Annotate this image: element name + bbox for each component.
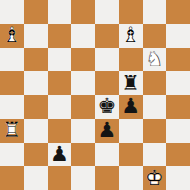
square-g3[interactable] <box>143 119 167 143</box>
square-d5[interactable] <box>71 71 95 95</box>
square-f1[interactable] <box>119 166 143 190</box>
square-c3[interactable] <box>48 119 72 143</box>
white-king-piece[interactable]: ♚♔ <box>143 166 167 190</box>
square-h8[interactable] <box>166 0 190 24</box>
black-king-piece[interactable]: ♚ <box>95 95 119 119</box>
square-c2[interactable]: ♟ <box>48 143 72 167</box>
square-g6[interactable]: ♞♘ <box>143 48 167 72</box>
square-g4[interactable] <box>143 95 167 119</box>
square-b2[interactable] <box>24 143 48 167</box>
white-knight-icon-outline: ♘ <box>143 48 167 72</box>
square-e7[interactable] <box>95 24 119 48</box>
square-h3[interactable] <box>166 119 190 143</box>
square-b4[interactable] <box>24 95 48 119</box>
square-e5[interactable] <box>95 71 119 95</box>
square-d8[interactable] <box>71 0 95 24</box>
black-pawn-icon: ♟ <box>48 143 72 167</box>
white-bishop-icon-outline: ♗ <box>119 24 143 48</box>
square-g2[interactable] <box>143 143 167 167</box>
square-a4[interactable] <box>0 95 24 119</box>
square-a6[interactable] <box>0 48 24 72</box>
chess-board: ♝♗♝♗♞♘♜♚♟♜♖♟♟♚♔ <box>0 0 190 190</box>
square-c5[interactable] <box>48 71 72 95</box>
square-b7[interactable] <box>24 24 48 48</box>
black-rook-icon: ♜ <box>119 71 143 95</box>
square-f6[interactable] <box>119 48 143 72</box>
square-c8[interactable] <box>48 0 72 24</box>
white-rook-piece[interactable]: ♜♖ <box>0 119 24 143</box>
black-pawn-piece[interactable]: ♟ <box>119 95 143 119</box>
square-f7[interactable]: ♝♗ <box>119 24 143 48</box>
square-e1[interactable] <box>95 166 119 190</box>
square-f4[interactable]: ♟ <box>119 95 143 119</box>
white-knight-piece[interactable]: ♞♘ <box>143 48 167 72</box>
square-e4[interactable]: ♚ <box>95 95 119 119</box>
square-a5[interactable] <box>0 71 24 95</box>
square-d2[interactable] <box>71 143 95 167</box>
black-king-icon: ♚ <box>95 95 119 119</box>
square-e6[interactable] <box>95 48 119 72</box>
square-h6[interactable] <box>166 48 190 72</box>
square-h2[interactable] <box>166 143 190 167</box>
black-pawn-piece[interactable]: ♟ <box>95 119 119 143</box>
square-h5[interactable] <box>166 71 190 95</box>
square-f2[interactable] <box>119 143 143 167</box>
square-e8[interactable] <box>95 0 119 24</box>
square-c4[interactable] <box>48 95 72 119</box>
square-d1[interactable] <box>71 166 95 190</box>
square-c1[interactable] <box>48 166 72 190</box>
square-e3[interactable]: ♟ <box>95 119 119 143</box>
square-a2[interactable] <box>0 143 24 167</box>
square-b8[interactable] <box>24 0 48 24</box>
square-g5[interactable] <box>143 71 167 95</box>
black-pawn-icon: ♟ <box>95 119 119 143</box>
square-a7[interactable]: ♝♗ <box>0 24 24 48</box>
black-pawn-icon: ♟ <box>119 95 143 119</box>
square-h4[interactable] <box>166 95 190 119</box>
square-b3[interactable] <box>24 119 48 143</box>
square-a8[interactable] <box>0 0 24 24</box>
square-h7[interactable] <box>166 24 190 48</box>
square-b1[interactable] <box>24 166 48 190</box>
white-rook-icon-outline: ♖ <box>0 119 24 143</box>
white-king-icon-outline: ♔ <box>143 166 167 190</box>
white-bishop-piece[interactable]: ♝♗ <box>119 24 143 48</box>
square-d7[interactable] <box>71 24 95 48</box>
square-b5[interactable] <box>24 71 48 95</box>
square-d3[interactable] <box>71 119 95 143</box>
square-d6[interactable] <box>71 48 95 72</box>
square-g7[interactable] <box>143 24 167 48</box>
black-rook-piece[interactable]: ♜ <box>119 71 143 95</box>
square-f3[interactable] <box>119 119 143 143</box>
square-f8[interactable] <box>119 0 143 24</box>
square-a1[interactable] <box>0 166 24 190</box>
square-c6[interactable] <box>48 48 72 72</box>
square-c7[interactable] <box>48 24 72 48</box>
white-bishop-piece[interactable]: ♝♗ <box>0 24 24 48</box>
black-pawn-piece[interactable]: ♟ <box>48 143 72 167</box>
square-g8[interactable] <box>143 0 167 24</box>
square-d4[interactable] <box>71 95 95 119</box>
square-h1[interactable] <box>166 166 190 190</box>
square-e2[interactable] <box>95 143 119 167</box>
white-bishop-icon-outline: ♗ <box>0 24 24 48</box>
square-b6[interactable] <box>24 48 48 72</box>
square-f5[interactable]: ♜ <box>119 71 143 95</box>
square-a3[interactable]: ♜♖ <box>0 119 24 143</box>
square-g1[interactable]: ♚♔ <box>143 166 167 190</box>
